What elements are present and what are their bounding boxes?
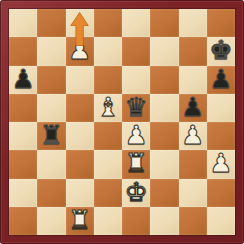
square-h6: ♟ — [207, 66, 235, 94]
square-c5 — [66, 94, 94, 122]
square-h3: ♟ — [207, 150, 235, 178]
square-h2 — [207, 179, 235, 207]
square-h4 — [207, 122, 235, 150]
white-pawn: ♟ — [68, 36, 91, 64]
white-pawn: ♟ — [209, 149, 232, 177]
square-h5 — [207, 94, 235, 122]
black-rook: ♜ — [40, 121, 63, 149]
square-g7 — [179, 37, 207, 65]
square-g2 — [179, 179, 207, 207]
square-e7 — [122, 37, 150, 65]
square-c7: ♟ — [66, 37, 94, 65]
square-b2 — [37, 179, 65, 207]
square-h7: ♚ — [207, 37, 235, 65]
square-c4 — [66, 122, 94, 150]
square-f6 — [150, 66, 178, 94]
square-c1: ♜ — [66, 207, 94, 235]
square-g6 — [179, 66, 207, 94]
square-a7 — [9, 37, 37, 65]
square-c3 — [66, 150, 94, 178]
white-rook: ♜ — [124, 149, 147, 177]
white-bishop: ♝ — [96, 93, 119, 121]
square-f3 — [150, 150, 178, 178]
square-d6 — [94, 66, 122, 94]
square-d2 — [94, 179, 122, 207]
square-h8 — [207, 9, 235, 37]
square-f2 — [150, 179, 178, 207]
square-a4 — [9, 122, 37, 150]
square-a3 — [9, 150, 37, 178]
square-b7 — [37, 37, 65, 65]
white-pawn: ♟ — [124, 121, 147, 149]
square-e6 — [122, 66, 150, 94]
square-d5: ♝ — [94, 94, 122, 122]
square-e2: ♚ — [122, 179, 150, 207]
square-a6: ♟ — [9, 66, 37, 94]
square-a1 — [9, 207, 37, 235]
square-b4: ♜ — [37, 122, 65, 150]
black-pawn: ♟ — [181, 93, 204, 121]
square-a2 — [9, 179, 37, 207]
chess-board: ♟♚♟♟♝♛♟♜♟♟♜♟♚♜ — [9, 9, 235, 235]
square-b6 — [37, 66, 65, 94]
white-pawn: ♟ — [181, 121, 204, 149]
square-d4 — [94, 122, 122, 150]
square-d1 — [94, 207, 122, 235]
square-b1 — [37, 207, 65, 235]
white-king: ♚ — [124, 178, 147, 206]
square-f7 — [150, 37, 178, 65]
square-h1 — [207, 207, 235, 235]
square-b3 — [37, 150, 65, 178]
square-e1 — [122, 207, 150, 235]
square-c2 — [66, 179, 94, 207]
square-b8 — [37, 9, 65, 37]
square-a8 — [9, 9, 37, 37]
square-d8 — [94, 9, 122, 37]
black-pawn: ♟ — [11, 65, 34, 93]
square-c8 — [66, 9, 94, 37]
square-g8 — [179, 9, 207, 37]
square-a5 — [9, 94, 37, 122]
square-e4: ♟ — [122, 122, 150, 150]
square-g5: ♟ — [179, 94, 207, 122]
square-f5 — [150, 94, 178, 122]
square-f1 — [150, 207, 178, 235]
square-f8 — [150, 9, 178, 37]
square-f4 — [150, 122, 178, 150]
board-frame: ♟♚♟♟♝♛♟♜♟♟♜♟♚♜ — [0, 0, 244, 244]
black-pawn: ♟ — [209, 65, 232, 93]
square-g4: ♟ — [179, 122, 207, 150]
black-queen: ♛ — [124, 93, 147, 121]
square-e3: ♜ — [122, 150, 150, 178]
square-g1 — [179, 207, 207, 235]
black-king: ♚ — [209, 36, 232, 64]
square-b5 — [37, 94, 65, 122]
square-e8 — [122, 9, 150, 37]
square-d3 — [94, 150, 122, 178]
square-c6 — [66, 66, 94, 94]
white-rook: ♜ — [68, 206, 91, 234]
square-g3 — [179, 150, 207, 178]
square-e5: ♛ — [122, 94, 150, 122]
square-d7 — [94, 37, 122, 65]
